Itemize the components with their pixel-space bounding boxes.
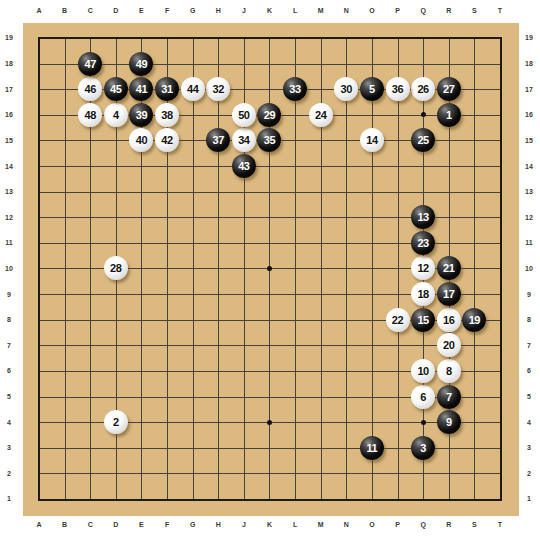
row-label-right-19: 19	[520, 25, 538, 51]
row-label-left-8: 8	[0, 307, 18, 333]
row-label-left-3: 3	[0, 435, 18, 461]
move-number: 44	[187, 77, 198, 101]
row-label-right-2: 2	[520, 461, 538, 487]
col-label-bottom-A: A	[26, 517, 52, 531]
go-diagram-page: 1234567891011121314151617181920212223242…	[0, 0, 540, 540]
move-number: 18	[417, 282, 428, 306]
row-label-right-6: 6	[520, 358, 538, 384]
stone-white-50-J16: 50	[232, 103, 256, 127]
stone-white-46-C17: 46	[78, 77, 102, 101]
stone-white-36-P17: 36	[386, 77, 410, 101]
stone-black-23-Q11: 23	[411, 231, 435, 255]
col-label-bottom-L: L	[282, 517, 308, 531]
move-number: 22	[392, 308, 403, 332]
stone-black-9-R4: 9	[437, 410, 461, 434]
col-label-bottom-Q: Q	[410, 517, 436, 531]
row-label-left-19: 19	[0, 25, 18, 51]
row-label-right-13: 13	[520, 179, 538, 205]
col-label-top-J: J	[231, 3, 257, 17]
move-number: 26	[417, 77, 428, 101]
column-labels-top: ABCDEFGHJKLMNOPQRST	[26, 3, 513, 17]
row-labels-right: 19181716151413121110987654321	[520, 25, 538, 512]
move-number: 17	[443, 282, 454, 306]
col-label-bottom-T: T	[487, 517, 513, 531]
stone-black-13-Q12: 13	[411, 205, 435, 229]
col-label-top-Q: Q	[410, 3, 436, 17]
stone-white-34-J15: 34	[232, 128, 256, 152]
stone-white-26-Q17: 26	[411, 77, 435, 101]
move-number: 14	[366, 128, 377, 152]
row-label-left-15: 15	[0, 128, 18, 154]
row-label-right-4: 4	[520, 409, 538, 435]
move-number: 19	[469, 308, 480, 332]
move-number: 46	[84, 77, 95, 101]
stone-black-33-L17: 33	[283, 77, 307, 101]
col-label-bottom-N: N	[334, 517, 360, 531]
stone-black-1-R16: 1	[437, 103, 461, 127]
stone-black-21-R10: 21	[437, 256, 461, 280]
move-number: 41	[136, 77, 147, 101]
col-label-top-H: H	[205, 3, 231, 17]
move-number: 12	[417, 256, 428, 280]
col-label-top-D: D	[103, 3, 129, 17]
row-label-right-3: 3	[520, 435, 538, 461]
column-labels-bottom: ABCDEFGHJKLMNOPQRST	[26, 517, 513, 531]
row-labels-left: 19181716151413121110987654321	[0, 25, 18, 512]
move-number: 2	[113, 410, 119, 434]
move-number: 36	[392, 77, 403, 101]
row-label-right-11: 11	[520, 230, 538, 256]
row-label-left-18: 18	[0, 51, 18, 77]
stone-white-44-G17: 44	[181, 77, 205, 101]
stone-white-18-Q9: 18	[411, 282, 435, 306]
stone-black-29-K16: 29	[257, 103, 281, 127]
col-label-top-O: O	[359, 3, 385, 17]
stone-black-47-C18: 47	[78, 52, 102, 76]
stone-white-48-C16: 48	[78, 103, 102, 127]
col-label-top-K: K	[257, 3, 283, 17]
stone-black-45-D17: 45	[104, 77, 128, 101]
move-number: 38	[161, 103, 172, 127]
col-label-bottom-F: F	[154, 517, 180, 531]
move-number: 35	[264, 128, 275, 152]
stone-black-7-R5: 7	[437, 385, 461, 409]
row-label-right-7: 7	[520, 333, 538, 359]
row-label-left-16: 16	[0, 102, 18, 128]
row-label-left-17: 17	[0, 76, 18, 102]
row-label-left-2: 2	[0, 461, 18, 487]
col-label-top-M: M	[308, 3, 334, 17]
stone-black-27-R17: 27	[437, 77, 461, 101]
move-number: 11	[366, 436, 377, 460]
goban-board[interactable]: 1234567891011121314151617181920212223242…	[23, 23, 519, 516]
col-label-bottom-G: G	[180, 517, 206, 531]
col-label-top-P: P	[385, 3, 411, 17]
move-number: 15	[417, 308, 428, 332]
row-label-right-14: 14	[520, 153, 538, 179]
move-number: 9	[446, 410, 452, 434]
col-label-top-E: E	[129, 3, 155, 17]
stone-white-42-F15: 42	[155, 128, 179, 152]
col-label-bottom-M: M	[308, 517, 334, 531]
row-label-left-5: 5	[0, 384, 18, 410]
col-label-bottom-D: D	[103, 517, 129, 531]
move-number: 33	[289, 77, 300, 101]
row-label-right-16: 16	[520, 102, 538, 128]
move-number: 25	[417, 128, 428, 152]
stone-white-10-Q6: 10	[411, 359, 435, 383]
move-number: 21	[443, 256, 454, 280]
stone-black-41-E17: 41	[129, 77, 153, 101]
col-label-top-A: A	[26, 3, 52, 17]
col-label-bottom-B: B	[52, 517, 78, 531]
row-label-left-4: 4	[0, 409, 18, 435]
stones-layer: 1234567891011121314151617181920212223242…	[26, 25, 513, 512]
stone-white-6-Q5: 6	[411, 385, 435, 409]
move-number: 40	[136, 128, 147, 152]
move-number: 23	[417, 231, 428, 255]
stone-white-16-R8: 16	[437, 308, 461, 332]
move-number: 24	[315, 103, 326, 127]
col-label-bottom-R: R	[436, 517, 462, 531]
col-label-top-N: N	[334, 3, 360, 17]
row-label-right-17: 17	[520, 76, 538, 102]
row-label-right-18: 18	[520, 51, 538, 77]
col-label-top-F: F	[154, 3, 180, 17]
row-label-right-8: 8	[520, 307, 538, 333]
row-label-left-6: 6	[0, 358, 18, 384]
stone-black-11-O3: 11	[360, 436, 384, 460]
col-label-bottom-O: O	[359, 517, 385, 531]
row-label-right-1: 1	[520, 486, 538, 512]
col-label-top-B: B	[52, 3, 78, 17]
col-label-bottom-E: E	[129, 517, 155, 531]
stone-white-14-O15: 14	[360, 128, 384, 152]
col-label-top-S: S	[462, 3, 488, 17]
move-number: 37	[213, 128, 224, 152]
col-label-bottom-H: H	[205, 517, 231, 531]
move-number: 3	[420, 436, 426, 460]
stone-white-24-M16: 24	[309, 103, 333, 127]
move-number: 20	[443, 333, 454, 357]
stone-white-22-P8: 22	[386, 308, 410, 332]
row-label-left-10: 10	[0, 256, 18, 282]
col-label-bottom-K: K	[257, 517, 283, 531]
move-number: 34	[238, 128, 249, 152]
stone-black-37-H15: 37	[206, 128, 230, 152]
col-label-bottom-C: C	[77, 517, 103, 531]
stone-black-15-Q8: 15	[411, 308, 435, 332]
move-number: 39	[136, 103, 147, 127]
move-number: 6	[420, 385, 426, 409]
stone-white-32-H17: 32	[206, 77, 230, 101]
stone-black-39-E16: 39	[129, 103, 153, 127]
row-label-left-1: 1	[0, 486, 18, 512]
move-number: 4	[113, 103, 119, 127]
move-number: 10	[417, 359, 428, 383]
move-number: 48	[84, 103, 95, 127]
move-number: 28	[110, 256, 121, 280]
row-label-right-12: 12	[520, 204, 538, 230]
stone-white-38-F16: 38	[155, 103, 179, 127]
row-label-left-7: 7	[0, 333, 18, 359]
move-number: 32	[213, 77, 224, 101]
stone-white-12-Q10: 12	[411, 256, 435, 280]
row-label-right-10: 10	[520, 256, 538, 282]
move-number: 13	[417, 205, 428, 229]
row-label-right-9: 9	[520, 281, 538, 307]
stone-black-43-J14: 43	[232, 154, 256, 178]
stone-white-2-D4: 2	[104, 410, 128, 434]
stone-black-17-R9: 17	[437, 282, 461, 306]
move-number: 29	[264, 103, 275, 127]
stone-black-19-S8: 19	[462, 308, 486, 332]
move-number: 16	[443, 308, 454, 332]
row-label-right-15: 15	[520, 128, 538, 154]
stone-white-8-R6: 8	[437, 359, 461, 383]
move-number: 43	[238, 154, 249, 178]
col-label-top-G: G	[180, 3, 206, 17]
stone-black-5-O17: 5	[360, 77, 384, 101]
move-number: 30	[341, 77, 352, 101]
col-label-top-R: R	[436, 3, 462, 17]
move-number: 31	[161, 77, 172, 101]
col-label-top-L: L	[282, 3, 308, 17]
col-label-bottom-S: S	[462, 517, 488, 531]
move-number: 7	[446, 385, 452, 409]
stone-black-3-Q3: 3	[411, 436, 435, 460]
move-number: 5	[369, 77, 375, 101]
move-number: 50	[238, 103, 249, 127]
move-number: 42	[161, 128, 172, 152]
stone-white-4-D16: 4	[104, 103, 128, 127]
col-label-bottom-P: P	[385, 517, 411, 531]
stone-white-30-N17: 30	[334, 77, 358, 101]
stone-black-35-K15: 35	[257, 128, 281, 152]
move-number: 49	[136, 52, 147, 76]
stone-white-20-R7: 20	[437, 333, 461, 357]
row-label-left-13: 13	[0, 179, 18, 205]
row-label-left-14: 14	[0, 153, 18, 179]
row-label-left-9: 9	[0, 281, 18, 307]
move-number: 47	[84, 52, 95, 76]
row-label-left-12: 12	[0, 204, 18, 230]
stone-white-40-E15: 40	[129, 128, 153, 152]
move-number: 1	[446, 103, 452, 127]
col-label-top-T: T	[487, 3, 513, 17]
stone-white-28-D10: 28	[104, 256, 128, 280]
move-number: 27	[443, 77, 454, 101]
col-label-top-C: C	[77, 3, 103, 17]
stone-black-31-F17: 31	[155, 77, 179, 101]
stone-black-49-E18: 49	[129, 52, 153, 76]
row-label-right-5: 5	[520, 384, 538, 410]
col-label-bottom-J: J	[231, 517, 257, 531]
row-label-left-11: 11	[0, 230, 18, 256]
stone-black-25-Q15: 25	[411, 128, 435, 152]
move-number: 8	[446, 359, 452, 383]
move-number: 45	[110, 77, 121, 101]
